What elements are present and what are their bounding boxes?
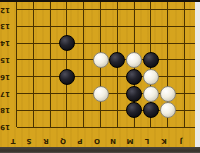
grid-vline-T [16, 0, 17, 127]
col-label-M: M [124, 137, 136, 144]
col-label-K: K [158, 137, 170, 144]
row-label-13: 13 [0, 22, 11, 29]
black-stone-L15[interactable] [143, 52, 159, 68]
white-stone-O17[interactable] [93, 86, 109, 102]
white-stone-M15[interactable] [126, 52, 142, 68]
black-stone-N15[interactable] [109, 52, 125, 68]
black-stone-Q16[interactable] [59, 69, 75, 85]
grid-vline-Q [66, 0, 67, 127]
grid-vline-R [50, 0, 51, 127]
col-label-S: S [23, 137, 35, 144]
window-right-strip [195, 0, 200, 147]
col-label-Q: Q [57, 137, 69, 144]
grid-hline-13 [17, 26, 196, 27]
black-stone-M18[interactable] [126, 102, 142, 118]
row-label-14: 14 [0, 39, 11, 46]
black-stone-M16[interactable] [126, 69, 142, 85]
grid-vline-S [33, 0, 34, 127]
grid-hline-12 [17, 9, 196, 10]
white-stone-K18[interactable] [160, 102, 176, 118]
white-stone-K17[interactable] [160, 86, 176, 102]
grid-hline-19 [17, 127, 196, 128]
col-label-O: O [91, 137, 103, 144]
col-label-N: N [107, 137, 119, 144]
row-label-12: 12 [0, 6, 11, 13]
go-client-window: 1213141516171819TSRQPONMLKJ [0, 0, 200, 153]
black-stone-Q14[interactable] [59, 35, 75, 51]
grid-hline-14 [17, 43, 196, 44]
white-stone-O15[interactable] [93, 52, 109, 68]
row-label-15: 15 [0, 56, 11, 63]
window-top-edge [0, 0, 200, 2]
col-label-P: P [74, 137, 86, 144]
grid-hline-16 [17, 76, 196, 77]
col-label-L: L [141, 137, 153, 144]
white-stone-L16[interactable] [143, 69, 159, 85]
col-label-R: R [40, 137, 52, 144]
col-label-T: T [7, 137, 19, 144]
col-label-J: J [175, 137, 187, 144]
go-board[interactable]: 1213141516171819TSRQPONMLKJ [0, 0, 195, 147]
white-stone-L17[interactable] [143, 86, 159, 102]
window-bottom-bar [0, 147, 200, 153]
black-stone-L18[interactable] [143, 102, 159, 118]
row-label-19: 19 [0, 123, 11, 130]
grid-vline-J [184, 0, 185, 127]
row-label-16: 16 [0, 73, 11, 80]
black-stone-M17[interactable] [126, 86, 142, 102]
row-label-18: 18 [0, 106, 11, 113]
row-label-17: 17 [0, 90, 11, 97]
grid-vline-P [83, 0, 84, 127]
